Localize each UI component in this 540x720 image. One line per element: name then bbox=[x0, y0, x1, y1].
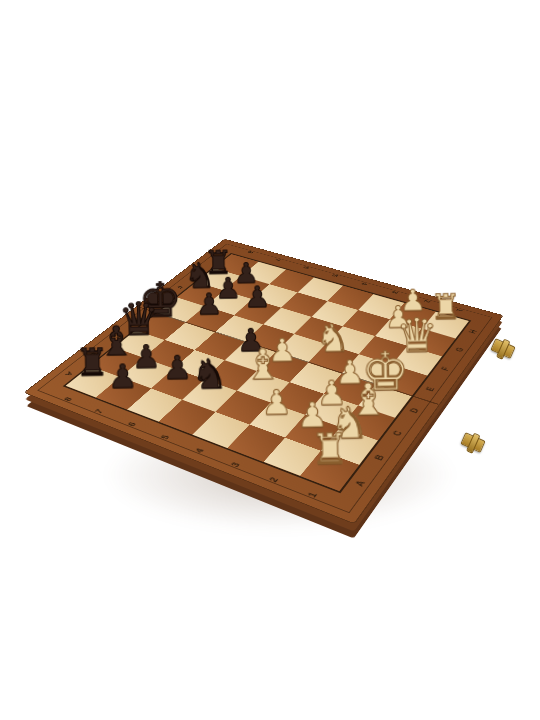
brass-clasp-icon bbox=[490, 338, 515, 359]
square-h6[interactable] bbox=[269, 269, 314, 292]
product-photo: ABCDEFGH ABCDEFGH 87654321 87654321 ♜♝♛♚… bbox=[0, 0, 540, 720]
